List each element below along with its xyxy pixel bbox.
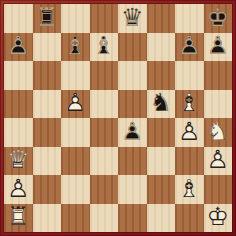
piece-glyph-outline: ♙ xyxy=(118,118,147,147)
piece-glyph-outline: ♔ xyxy=(204,204,233,233)
piece-white-pawn: ♟♙ xyxy=(204,147,233,176)
piece-glyph-outline: ♖ xyxy=(33,4,62,33)
square-a7[interactable]: ♟♙ xyxy=(4,33,33,62)
square-d1[interactable] xyxy=(90,204,119,233)
piece-white-king: ♚♔ xyxy=(204,204,233,233)
square-g6[interactable] xyxy=(175,61,204,90)
piece-glyph-outline: ♙ xyxy=(4,175,33,204)
piece-glyph-outline: ♗ xyxy=(61,33,90,62)
square-b8[interactable]: ♜♖ xyxy=(33,4,62,33)
piece-glyph-outline: ♙ xyxy=(61,90,90,119)
square-f2[interactable] xyxy=(147,175,176,204)
piece-glyph-outline: ♙ xyxy=(175,118,204,147)
square-d8[interactable] xyxy=(90,4,119,33)
square-a8[interactable] xyxy=(4,4,33,33)
piece-black-pawn: ♟♙ xyxy=(175,33,204,62)
piece-white-queen: ♛♕ xyxy=(4,147,33,176)
square-e3[interactable] xyxy=(118,147,147,176)
piece-black-bishop: ♝♗ xyxy=(90,33,119,62)
square-f1[interactable] xyxy=(147,204,176,233)
square-c3[interactable] xyxy=(61,147,90,176)
square-d6[interactable] xyxy=(90,61,119,90)
square-g3[interactable] xyxy=(175,147,204,176)
piece-black-pawn: ♟♙ xyxy=(204,33,233,62)
square-c4[interactable] xyxy=(61,118,90,147)
square-g5[interactable]: ♝♗ xyxy=(175,90,204,119)
square-g1[interactable] xyxy=(175,204,204,233)
square-e4[interactable]: ♟♙ xyxy=(118,118,147,147)
piece-glyph-outline: ♘ xyxy=(204,118,233,147)
piece-glyph-outline: ♙ xyxy=(4,33,33,62)
square-f5[interactable]: ♞♘ xyxy=(147,90,176,119)
piece-glyph-outline: ♗ xyxy=(175,90,204,119)
square-a1[interactable]: ♜♖ xyxy=(4,204,33,233)
piece-black-king: ♚♔ xyxy=(204,4,233,33)
square-g7[interactable]: ♟♙ xyxy=(175,33,204,62)
piece-glyph-outline: ♗ xyxy=(175,175,204,204)
square-a3[interactable]: ♛♕ xyxy=(4,147,33,176)
piece-glyph-outline: ♙ xyxy=(175,33,204,62)
square-b1[interactable] xyxy=(33,204,62,233)
square-b5[interactable] xyxy=(33,90,62,119)
square-h8[interactable]: ♚♔ xyxy=(204,4,233,33)
square-g2[interactable]: ♝♗ xyxy=(175,175,204,204)
square-a5[interactable] xyxy=(4,90,33,119)
piece-white-pawn: ♟♙ xyxy=(61,90,90,119)
square-a4[interactable] xyxy=(4,118,33,147)
square-f8[interactable] xyxy=(147,4,176,33)
square-c1[interactable] xyxy=(61,204,90,233)
square-d2[interactable] xyxy=(90,175,119,204)
square-b2[interactable] xyxy=(33,175,62,204)
square-h1[interactable]: ♚♔ xyxy=(204,204,233,233)
square-h5[interactable] xyxy=(204,90,233,119)
square-b4[interactable] xyxy=(33,118,62,147)
square-c6[interactable] xyxy=(61,61,90,90)
piece-black-bishop: ♝♗ xyxy=(61,33,90,62)
chess-board: ♜♖♛♕♚♔♟♙♝♗♝♗♟♙♟♙♟♙♞♘♝♗♟♙♟♙♞♘♛♕♟♙♟♙♝♗♜♖♚♔ xyxy=(4,4,232,232)
square-c8[interactable] xyxy=(61,4,90,33)
square-e6[interactable] xyxy=(118,61,147,90)
square-d3[interactable] xyxy=(90,147,119,176)
square-c7[interactable]: ♝♗ xyxy=(61,33,90,62)
square-e7[interactable] xyxy=(118,33,147,62)
piece-black-pawn: ♟♙ xyxy=(118,118,147,147)
piece-black-knight: ♞♘ xyxy=(147,90,176,119)
square-h7[interactable]: ♟♙ xyxy=(204,33,233,62)
square-c5[interactable]: ♟♙ xyxy=(61,90,90,119)
square-h3[interactable]: ♟♙ xyxy=(204,147,233,176)
square-e5[interactable] xyxy=(118,90,147,119)
square-d4[interactable] xyxy=(90,118,119,147)
square-b3[interactable] xyxy=(33,147,62,176)
square-e8[interactable]: ♛♕ xyxy=(118,4,147,33)
piece-white-pawn: ♟♙ xyxy=(175,118,204,147)
square-f3[interactable] xyxy=(147,147,176,176)
square-d7[interactable]: ♝♗ xyxy=(90,33,119,62)
square-h2[interactable] xyxy=(204,175,233,204)
piece-black-pawn: ♟♙ xyxy=(4,33,33,62)
square-h6[interactable] xyxy=(204,61,233,90)
piece-glyph-outline: ♖ xyxy=(4,204,33,233)
piece-glyph-outline: ♕ xyxy=(118,4,147,33)
square-f4[interactable] xyxy=(147,118,176,147)
square-a6[interactable] xyxy=(4,61,33,90)
square-c2[interactable] xyxy=(61,175,90,204)
piece-white-knight: ♞♘ xyxy=(204,118,233,147)
square-f6[interactable] xyxy=(147,61,176,90)
piece-white-bishop: ♝♗ xyxy=(175,175,204,204)
square-a2[interactable]: ♟♙ xyxy=(4,175,33,204)
piece-black-rook: ♜♖ xyxy=(33,4,62,33)
piece-white-rook: ♜♖ xyxy=(4,204,33,233)
square-e2[interactable] xyxy=(118,175,147,204)
square-e1[interactable] xyxy=(118,204,147,233)
square-d5[interactable] xyxy=(90,90,119,119)
piece-glyph-outline: ♙ xyxy=(204,33,233,62)
piece-black-queen: ♛♕ xyxy=(118,4,147,33)
piece-white-pawn: ♟♙ xyxy=(4,175,33,204)
piece-glyph-outline: ♔ xyxy=(204,4,233,33)
square-g8[interactable] xyxy=(175,4,204,33)
piece-glyph-outline: ♙ xyxy=(204,147,233,176)
square-b7[interactable] xyxy=(33,33,62,62)
board-frame: ♜♖♛♕♚♔♟♙♝♗♝♗♟♙♟♙♟♙♞♘♝♗♟♙♟♙♞♘♛♕♟♙♟♙♝♗♜♖♚♔ xyxy=(0,0,236,236)
piece-glyph-outline: ♘ xyxy=(147,90,176,119)
square-b6[interactable] xyxy=(33,61,62,90)
square-h4[interactable]: ♞♘ xyxy=(204,118,233,147)
piece-glyph-outline: ♗ xyxy=(90,33,119,62)
piece-white-bishop: ♝♗ xyxy=(175,90,204,119)
square-g4[interactable]: ♟♙ xyxy=(175,118,204,147)
square-f7[interactable] xyxy=(147,33,176,62)
piece-glyph-outline: ♕ xyxy=(4,147,33,176)
